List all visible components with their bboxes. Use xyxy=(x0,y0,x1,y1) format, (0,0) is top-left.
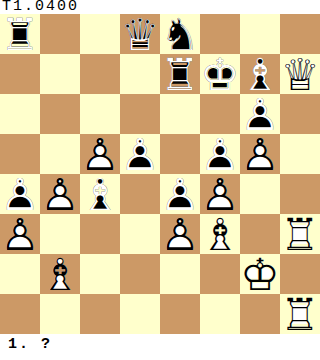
square-h3[interactable]: ♜♖ xyxy=(280,214,320,254)
square-b5[interactable] xyxy=(40,134,80,174)
square-e1[interactable] xyxy=(160,294,200,334)
piece-white-king[interactable]: ♚♔ xyxy=(240,254,280,294)
square-a1[interactable] xyxy=(0,294,40,334)
square-d6[interactable] xyxy=(120,94,160,134)
square-c3[interactable] xyxy=(80,214,120,254)
piece-stroke-glyph: ♙ xyxy=(40,174,80,214)
square-g1[interactable] xyxy=(240,294,280,334)
square-d3[interactable] xyxy=(120,214,160,254)
square-f2[interactable] xyxy=(200,254,240,294)
piece-stroke-glyph: ♙ xyxy=(240,134,280,174)
piece-black-pawn[interactable]: ♟♙ xyxy=(160,174,200,214)
square-h6[interactable] xyxy=(280,94,320,134)
piece-stroke-glyph: ♕ xyxy=(120,14,160,54)
piece-black-king[interactable]: ♚♔ xyxy=(200,54,240,94)
chess-board: ♜♖♛♕♞♘♜♖♚♔♝♗♛♕♟♙♟♙♟♙♟♙♟♙♟♙♟♙♝♗♟♙♟♙♟♙♟♙♝♗… xyxy=(0,14,320,334)
square-g5[interactable]: ♟♙ xyxy=(240,134,280,174)
piece-stroke-glyph: ♖ xyxy=(0,14,40,54)
square-a6[interactable] xyxy=(0,94,40,134)
square-f6[interactable] xyxy=(200,94,240,134)
square-g7[interactable]: ♝♗ xyxy=(240,54,280,94)
square-h4[interactable] xyxy=(280,174,320,214)
piece-stroke-glyph: ♖ xyxy=(160,54,200,94)
piece-stroke-glyph: ♙ xyxy=(0,174,40,214)
square-f1[interactable] xyxy=(200,294,240,334)
piece-stroke-glyph: ♗ xyxy=(40,254,80,294)
square-f7[interactable]: ♚♔ xyxy=(200,54,240,94)
piece-stroke-glyph: ♗ xyxy=(80,174,120,214)
square-a8[interactable]: ♜♖ xyxy=(0,14,40,54)
square-c2[interactable] xyxy=(80,254,120,294)
square-e3[interactable]: ♟♙ xyxy=(160,214,200,254)
piece-stroke-glyph: ♗ xyxy=(200,214,240,254)
square-c1[interactable] xyxy=(80,294,120,334)
piece-black-bishop[interactable]: ♝♗ xyxy=(80,174,120,214)
piece-stroke-glyph: ♙ xyxy=(160,174,200,214)
square-g4[interactable] xyxy=(240,174,280,214)
square-e8[interactable]: ♞♘ xyxy=(160,14,200,54)
square-g8[interactable] xyxy=(240,14,280,54)
piece-white-pawn[interactable]: ♟♙ xyxy=(160,214,200,254)
square-b6[interactable] xyxy=(40,94,80,134)
move-prompt: 1. ? xyxy=(8,336,52,354)
square-c4[interactable]: ♝♗ xyxy=(80,174,120,214)
square-f5[interactable]: ♟♙ xyxy=(200,134,240,174)
square-a3[interactable]: ♟♙ xyxy=(0,214,40,254)
piece-black-knight[interactable]: ♞♘ xyxy=(160,14,200,54)
square-d2[interactable] xyxy=(120,254,160,294)
piece-stroke-glyph: ♙ xyxy=(160,214,200,254)
piece-stroke-glyph: ♙ xyxy=(120,134,160,174)
piece-stroke-glyph: ♖ xyxy=(280,214,320,254)
square-h1[interactable]: ♜♖ xyxy=(280,294,320,334)
piece-black-pawn[interactable]: ♟♙ xyxy=(120,134,160,174)
square-g2[interactable]: ♚♔ xyxy=(240,254,280,294)
piece-white-bishop[interactable]: ♝♗ xyxy=(40,254,80,294)
square-h7[interactable]: ♛♕ xyxy=(280,54,320,94)
square-e5[interactable] xyxy=(160,134,200,174)
piece-stroke-glyph: ♖ xyxy=(280,294,320,334)
square-h5[interactable] xyxy=(280,134,320,174)
square-b3[interactable] xyxy=(40,214,80,254)
piece-white-queen[interactable]: ♛♕ xyxy=(280,54,320,94)
piece-stroke-glyph: ♕ xyxy=(280,54,320,94)
piece-black-queen[interactable]: ♛♕ xyxy=(120,14,160,54)
square-h2[interactable] xyxy=(280,254,320,294)
square-e2[interactable] xyxy=(160,254,200,294)
piece-stroke-glyph: ♙ xyxy=(240,94,280,134)
square-a4[interactable]: ♟♙ xyxy=(0,174,40,214)
square-g6[interactable]: ♟♙ xyxy=(240,94,280,134)
piece-stroke-glyph: ♘ xyxy=(160,14,200,54)
square-d4[interactable] xyxy=(120,174,160,214)
piece-white-rook[interactable]: ♜♖ xyxy=(280,294,320,334)
square-a2[interactable] xyxy=(0,254,40,294)
square-c8[interactable] xyxy=(80,14,120,54)
piece-black-bishop[interactable]: ♝♗ xyxy=(240,54,280,94)
square-d1[interactable] xyxy=(120,294,160,334)
piece-white-rook[interactable]: ♜♖ xyxy=(280,214,320,254)
piece-black-rook[interactable]: ♜♖ xyxy=(0,14,40,54)
piece-white-pawn[interactable]: ♟♙ xyxy=(40,174,80,214)
piece-white-pawn[interactable]: ♟♙ xyxy=(240,134,280,174)
square-d8[interactable]: ♛♕ xyxy=(120,14,160,54)
piece-white-pawn[interactable]: ♟♙ xyxy=(0,214,40,254)
square-b8[interactable] xyxy=(40,14,80,54)
piece-stroke-glyph: ♙ xyxy=(0,214,40,254)
piece-black-pawn[interactable]: ♟♙ xyxy=(0,174,40,214)
square-d5[interactable]: ♟♙ xyxy=(120,134,160,174)
square-c6[interactable] xyxy=(80,94,120,134)
square-c7[interactable] xyxy=(80,54,120,94)
square-c5[interactable]: ♟♙ xyxy=(80,134,120,174)
square-e7[interactable]: ♜♖ xyxy=(160,54,200,94)
square-a5[interactable] xyxy=(0,134,40,174)
piece-stroke-glyph: ♙ xyxy=(200,134,240,174)
square-f8[interactable] xyxy=(200,14,240,54)
square-b2[interactable]: ♝♗ xyxy=(40,254,80,294)
square-d7[interactable] xyxy=(120,54,160,94)
piece-black-pawn[interactable]: ♟♙ xyxy=(240,94,280,134)
square-f4[interactable]: ♟♙ xyxy=(200,174,240,214)
square-g3[interactable] xyxy=(240,214,280,254)
piece-stroke-glyph: ♔ xyxy=(240,254,280,294)
square-e6[interactable] xyxy=(160,94,200,134)
piece-stroke-glyph: ♗ xyxy=(240,54,280,94)
piece-stroke-glyph: ♔ xyxy=(200,54,240,94)
piece-white-bishop[interactable]: ♝♗ xyxy=(200,214,240,254)
piece-white-pawn[interactable]: ♟♙ xyxy=(80,134,120,174)
square-a7[interactable] xyxy=(0,54,40,94)
square-b1[interactable] xyxy=(40,294,80,334)
square-h8[interactable] xyxy=(280,14,320,54)
piece-black-pawn[interactable]: ♟♙ xyxy=(200,134,240,174)
piece-white-pawn[interactable]: ♟♙ xyxy=(200,174,240,214)
square-b7[interactable] xyxy=(40,54,80,94)
piece-stroke-glyph: ♙ xyxy=(200,174,240,214)
square-b4[interactable]: ♟♙ xyxy=(40,174,80,214)
square-e4[interactable]: ♟♙ xyxy=(160,174,200,214)
piece-stroke-glyph: ♙ xyxy=(80,134,120,174)
piece-black-rook[interactable]: ♜♖ xyxy=(160,54,200,94)
square-f3[interactable]: ♝♗ xyxy=(200,214,240,254)
